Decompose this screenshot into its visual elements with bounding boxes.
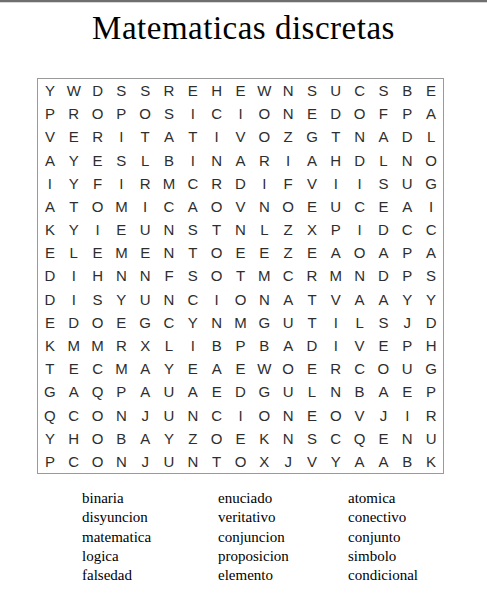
grid-cell[interactable]: V <box>229 125 253 148</box>
grid-cell[interactable]: E <box>300 195 324 218</box>
grid-cell[interactable]: Y <box>157 357 181 380</box>
top-divider <box>0 0 487 3</box>
grid-cell[interactable]: D <box>300 334 324 357</box>
grid-cell[interactable]: I <box>38 172 62 195</box>
grid-cell[interactable]: S <box>109 149 133 172</box>
grid-cell[interactable]: R <box>109 334 133 357</box>
grid-cell[interactable]: X <box>252 450 276 473</box>
grid-cell[interactable]: Y <box>324 450 348 473</box>
grid-cell[interactable]: C <box>205 403 229 426</box>
grid-cell[interactable]: H <box>419 334 443 357</box>
grid-cell[interactable]: U <box>276 311 300 334</box>
grid-cell[interactable]: O <box>86 450 110 473</box>
grid-cell[interactable]: N <box>229 218 253 241</box>
grid-cell[interactable]: Y <box>395 288 419 311</box>
grid-cell[interactable]: P <box>395 264 419 287</box>
grid-cell[interactable]: E <box>372 334 396 357</box>
grid-cell[interactable]: A <box>62 380 86 403</box>
grid-cell[interactable]: T <box>181 125 205 148</box>
grid-cell[interactable]: L <box>372 149 396 172</box>
grid-cell[interactable]: M <box>109 357 133 380</box>
grid-cell[interactable]: V <box>300 450 324 473</box>
grid-cell[interactable]: S <box>109 79 133 102</box>
grid-cell[interactable]: A <box>276 288 300 311</box>
word-list-item: veritativo <box>218 508 289 527</box>
grid-cell[interactable]: M <box>229 311 253 334</box>
grid-cell[interactable]: D <box>86 79 110 102</box>
grid-cell[interactable]: A <box>419 241 443 264</box>
grid-cell[interactable]: T <box>205 450 229 473</box>
grid-cell[interactable]: D <box>38 264 62 287</box>
grid-cell[interactable]: P <box>419 380 443 403</box>
grid-cell[interactable]: T <box>133 125 157 148</box>
grid-cell[interactable]: B <box>395 450 419 473</box>
grid-cell[interactable]: N <box>109 450 133 473</box>
grid-cell[interactable]: P <box>395 334 419 357</box>
grid-cell[interactable]: N <box>109 264 133 287</box>
grid-cell[interactable]: E <box>109 311 133 334</box>
grid-cell[interactable]: W <box>252 79 276 102</box>
grid-cell[interactable]: E <box>229 357 253 380</box>
grid-cell[interactable]: D <box>372 218 396 241</box>
grid-cell[interactable]: F <box>276 172 300 195</box>
grid-cell[interactable]: R <box>62 102 86 125</box>
grid-cell[interactable]: Z <box>276 125 300 148</box>
grid-cell[interactable]: L <box>419 125 443 148</box>
grid-cell[interactable]: P <box>324 218 348 241</box>
grid-cell[interactable]: P <box>229 334 253 357</box>
grid-cell[interactable]: O <box>229 450 253 473</box>
grid-cell[interactable]: E <box>300 241 324 264</box>
grid-cell[interactable]: Y <box>38 427 62 450</box>
grid-cell[interactable]: U <box>324 79 348 102</box>
grid-cell[interactable]: G <box>252 311 276 334</box>
grid-cell[interactable]: N <box>252 288 276 311</box>
grid-cell[interactable]: R <box>86 125 110 148</box>
grid-cell[interactable]: E <box>372 427 396 450</box>
grid-cell[interactable]: W <box>252 357 276 380</box>
grid-cell[interactable]: E <box>86 241 110 264</box>
grid-cell[interactable]: H <box>324 149 348 172</box>
grid-cell[interactable]: A <box>38 195 62 218</box>
grid-cell[interactable]: A <box>205 357 229 380</box>
grid-cell[interactable]: O <box>276 357 300 380</box>
grid-cell[interactable]: H <box>62 427 86 450</box>
grid-cell[interactable]: S <box>157 102 181 125</box>
grid-cell[interactable]: I <box>181 334 205 357</box>
grid-cell[interactable]: L <box>133 149 157 172</box>
grid-cell[interactable]: C <box>276 264 300 287</box>
grid-cell[interactable]: I <box>229 403 253 426</box>
grid-cell[interactable]: J <box>372 403 396 426</box>
grid-cell[interactable]: B <box>348 380 372 403</box>
grid-cell[interactable]: T <box>181 241 205 264</box>
grid-cell[interactable]: A <box>419 102 443 125</box>
grid-cell[interactable]: E <box>62 357 86 380</box>
grid-cell[interactable]: L <box>300 380 324 403</box>
grid-cell[interactable]: R <box>324 357 348 380</box>
grid-cell[interactable]: N <box>133 264 157 287</box>
grid-cell[interactable]: P <box>395 102 419 125</box>
grid-cell[interactable]: O <box>348 102 372 125</box>
grid-cell[interactable]: I <box>348 218 372 241</box>
grid-cell[interactable]: I <box>419 195 443 218</box>
grid-cell[interactable]: G <box>300 125 324 148</box>
grid-cell[interactable]: G <box>419 357 443 380</box>
grid-cell[interactable]: N <box>276 403 300 426</box>
grid-cell[interactable]: N <box>324 380 348 403</box>
grid-cell[interactable]: D <box>348 149 372 172</box>
grid-cell[interactable]: K <box>419 450 443 473</box>
grid-cell[interactable]: V <box>348 334 372 357</box>
grid-cell[interactable]: V <box>229 195 253 218</box>
grid-cell[interactable]: P <box>109 102 133 125</box>
grid-cell[interactable]: Y <box>157 427 181 450</box>
grid-cell[interactable]: B <box>157 149 181 172</box>
grid-cell[interactable]: N <box>276 102 300 125</box>
grid-cell[interactable]: D <box>395 125 419 148</box>
grid-cell[interactable]: F <box>157 264 181 287</box>
grid-cell[interactable]: X <box>300 218 324 241</box>
grid-cell[interactable]: I <box>229 102 253 125</box>
grid-cell[interactable]: S <box>133 79 157 102</box>
grid-cell[interactable]: E <box>300 102 324 125</box>
grid-cell[interactable]: O <box>252 125 276 148</box>
grid-cell[interactable]: I <box>324 172 348 195</box>
grid-cell[interactable]: S <box>419 264 443 287</box>
grid-cell[interactable]: M <box>62 334 86 357</box>
grid-cell[interactable]: Y <box>62 172 86 195</box>
grid-cell[interactable]: N <box>348 125 372 148</box>
grid-cell[interactable]: E <box>229 241 253 264</box>
grid-cell[interactable]: A <box>300 149 324 172</box>
grid-cell[interactable]: S <box>372 311 396 334</box>
grid-cell[interactable]: N <box>109 403 133 426</box>
grid-cell[interactable]: E <box>181 79 205 102</box>
grid-cell[interactable]: I <box>62 288 86 311</box>
grid-cell[interactable]: D <box>229 172 253 195</box>
grid-cell[interactable]: C <box>419 218 443 241</box>
grid-cell[interactable]: M <box>86 334 110 357</box>
grid-cell[interactable]: O <box>133 102 157 125</box>
grid-cell[interactable]: Z <box>276 218 300 241</box>
grid-cell[interactable]: E <box>109 218 133 241</box>
grid-cell[interactable]: C <box>86 357 110 380</box>
grid-cell[interactable]: I <box>324 334 348 357</box>
grid-cell[interactable]: E <box>419 79 443 102</box>
grid-cell[interactable]: Q <box>38 403 62 426</box>
grid-cell[interactable]: N <box>157 288 181 311</box>
grid-cell[interactable]: U <box>157 450 181 473</box>
grid-cell[interactable]: U <box>133 218 157 241</box>
grid-cell[interactable]: K <box>38 334 62 357</box>
grid-cell[interactable]: C <box>348 357 372 380</box>
grid-cell[interactable]: C <box>157 311 181 334</box>
grid-cell[interactable]: D <box>229 380 253 403</box>
grid-cell[interactable]: V <box>324 288 348 311</box>
grid-cell[interactable]: E <box>62 125 86 148</box>
grid-cell[interactable]: L <box>157 334 181 357</box>
grid-cell[interactable]: A <box>133 357 157 380</box>
grid-cell[interactable]: E <box>38 311 62 334</box>
grid-cell[interactable]: W <box>62 79 86 102</box>
grid-cell[interactable]: R <box>157 79 181 102</box>
grid-cell[interactable]: I <box>252 172 276 195</box>
grid-cell[interactable]: P <box>38 102 62 125</box>
grid-cell[interactable]: B <box>395 79 419 102</box>
grid-cell[interactable]: Y <box>109 288 133 311</box>
grid-cell[interactable]: I <box>133 195 157 218</box>
grid-cell[interactable]: G <box>38 380 62 403</box>
grid-cell[interactable]: C <box>395 218 419 241</box>
grid-cell[interactable]: Z <box>276 241 300 264</box>
grid-cell[interactable]: T <box>229 264 253 287</box>
grid-cell[interactable]: D <box>324 102 348 125</box>
grid-cell[interactable]: N <box>205 149 229 172</box>
word-list-item: condicional <box>348 566 418 585</box>
grid-cell[interactable]: F <box>372 102 396 125</box>
grid-cell[interactable]: X <box>133 334 157 357</box>
grid-cell[interactable]: U <box>133 288 157 311</box>
grid-cell[interactable]: I <box>324 311 348 334</box>
grid-cell[interactable]: F <box>86 172 110 195</box>
grid-cell[interactable]: S <box>372 172 396 195</box>
grid-cell[interactable]: E <box>229 79 253 102</box>
grid-cell[interactable]: A <box>324 241 348 264</box>
grid-cell[interactable]: S <box>372 79 396 102</box>
word-list-column: enuciadoveritativoconjuncionproposicione… <box>218 489 289 585</box>
grid-cell[interactable]: C <box>205 102 229 125</box>
word-list-item: matematica <box>82 528 151 547</box>
grid-cell[interactable]: Y <box>62 218 86 241</box>
grid-cell[interactable]: A <box>372 125 396 148</box>
grid-cell[interactable]: O <box>348 241 372 264</box>
grid-cell[interactable]: O <box>372 357 396 380</box>
grid-cell[interactable]: U <box>157 380 181 403</box>
grid-cell[interactable]: S <box>181 264 205 287</box>
grid-cell[interactable]: A <box>372 380 396 403</box>
grid-cell[interactable]: I <box>86 218 110 241</box>
grid-cell[interactable]: U <box>419 427 443 450</box>
word-list-item: logica <box>82 547 151 566</box>
grid-cell[interactable]: C <box>348 79 372 102</box>
grid-cell[interactable]: S <box>86 288 110 311</box>
grid-cell[interactable]: A <box>229 149 253 172</box>
grid-cell[interactable]: D <box>62 311 86 334</box>
grid-cell[interactable]: A <box>133 427 157 450</box>
grid-cell[interactable]: I <box>205 288 229 311</box>
word-list-item: atomica <box>348 489 418 508</box>
grid-cell[interactable]: R <box>252 149 276 172</box>
grid-cell[interactable]: M <box>324 264 348 287</box>
grid-cell[interactable]: T <box>300 311 324 334</box>
grid-cell[interactable]: Y <box>419 288 443 311</box>
grid-cell[interactable]: G <box>419 172 443 195</box>
grid-cell[interactable]: A <box>348 288 372 311</box>
grid-cell[interactable]: R <box>205 172 229 195</box>
word-list-item: binaria <box>82 489 151 508</box>
grid-cell[interactable]: V <box>300 172 324 195</box>
grid-cell[interactable]: O <box>86 195 110 218</box>
grid-cell[interactable]: D <box>38 288 62 311</box>
grid-cell[interactable]: U <box>324 195 348 218</box>
grid-cell[interactable]: A <box>372 288 396 311</box>
grid-cell[interactable]: K <box>38 218 62 241</box>
grid-cell[interactable]: M <box>157 172 181 195</box>
grid-cell[interactable]: E <box>205 380 229 403</box>
grid-cell[interactable]: A <box>276 334 300 357</box>
grid-cell[interactable]: D <box>419 311 443 334</box>
grid-cell[interactable]: C <box>348 195 372 218</box>
grid-cell[interactable]: V <box>348 403 372 426</box>
grid-cell[interactable]: Y <box>62 149 86 172</box>
word-list-column: binariadisyuncionmatematicalogicafalseda… <box>82 489 151 585</box>
grid-cell[interactable]: N <box>395 149 419 172</box>
grid-cell[interactable]: A <box>133 380 157 403</box>
grid-cell[interactable]: U <box>395 357 419 380</box>
grid-cell[interactable]: G <box>133 311 157 334</box>
grid-cell[interactable]: O <box>205 195 229 218</box>
grid-cell[interactable]: Z <box>181 427 205 450</box>
grid-cell[interactable]: C <box>62 450 86 473</box>
grid-cell[interactable]: E <box>252 241 276 264</box>
grid-cell[interactable]: O <box>86 427 110 450</box>
grid-cell[interactable]: M <box>109 195 133 218</box>
grid-cell[interactable]: I <box>109 172 133 195</box>
grid-cell[interactable]: L <box>252 218 276 241</box>
grid-cell[interactable]: O <box>276 195 300 218</box>
grid-cell[interactable]: N <box>205 311 229 334</box>
grid-cell[interactable]: N <box>181 403 205 426</box>
grid-cell[interactable]: I <box>62 264 86 287</box>
grid-cell[interactable]: U <box>395 172 419 195</box>
grid-cell[interactable]: B <box>252 334 276 357</box>
grid-cell[interactable]: E <box>133 241 157 264</box>
grid-cell[interactable]: O <box>205 427 229 450</box>
grid-cell[interactable]: O <box>419 149 443 172</box>
grid-cell[interactable]: O <box>205 264 229 287</box>
grid-cell[interactable]: N <box>276 79 300 102</box>
grid-cell[interactable]: O <box>229 288 253 311</box>
word-list-item: conectivo <box>348 508 418 527</box>
grid-cell[interactable]: Y <box>38 79 62 102</box>
grid-cell[interactable]: Y <box>181 311 205 334</box>
grid-cell[interactable]: O <box>86 403 110 426</box>
grid-cell[interactable]: O <box>252 403 276 426</box>
grid-cell[interactable]: J <box>276 450 300 473</box>
grid-cell[interactable]: E <box>300 403 324 426</box>
grid-cell[interactable]: C <box>324 427 348 450</box>
word-list-item: proposicion <box>218 547 289 566</box>
grid-cell[interactable]: T <box>38 357 62 380</box>
grid-cell[interactable]: A <box>372 450 396 473</box>
grid-cell[interactable]: I <box>205 125 229 148</box>
grid-cell[interactable]: A <box>372 241 396 264</box>
grid-cell[interactable]: N <box>157 218 181 241</box>
grid-cell[interactable]: T <box>300 288 324 311</box>
grid-cell[interactable]: T <box>324 125 348 148</box>
grid-cell[interactable]: A <box>181 195 205 218</box>
grid-cell[interactable]: P <box>38 450 62 473</box>
grid-cell[interactable]: U <box>157 403 181 426</box>
grid-cell[interactable]: G <box>252 380 276 403</box>
grid-cell[interactable]: A <box>348 450 372 473</box>
grid-cell[interactable]: T <box>62 195 86 218</box>
grid-cell[interactable]: Q <box>348 427 372 450</box>
grid-cell[interactable]: I <box>276 149 300 172</box>
grid-cell[interactable]: P <box>109 380 133 403</box>
grid-cell[interactable]: S <box>300 427 324 450</box>
grid-cell[interactable]: O <box>252 102 276 125</box>
grid-cell[interactable]: T <box>205 218 229 241</box>
grid-cell[interactable]: E <box>86 149 110 172</box>
grid-cell[interactable]: E <box>372 195 396 218</box>
grid-cell[interactable]: M <box>109 241 133 264</box>
grid-cell[interactable]: N <box>276 427 300 450</box>
grid-cell[interactable]: O <box>86 102 110 125</box>
grid-cell[interactable]: E <box>38 241 62 264</box>
grid-cell[interactable]: R <box>419 403 443 426</box>
grid-cell[interactable]: U <box>276 380 300 403</box>
grid-cell[interactable]: K <box>252 427 276 450</box>
grid-cell[interactable]: O <box>205 241 229 264</box>
grid-cell[interactable]: E <box>229 427 253 450</box>
grid-cell[interactable]: N <box>395 427 419 450</box>
grid-cell[interactable]: N <box>157 241 181 264</box>
grid-cell[interactable]: P <box>395 241 419 264</box>
grid-cell[interactable]: I <box>395 403 419 426</box>
grid-cell[interactable]: C <box>157 195 181 218</box>
grid-cell[interactable]: O <box>324 403 348 426</box>
grid-cell[interactable]: R <box>133 172 157 195</box>
grid-cell[interactable]: I <box>181 149 205 172</box>
grid-cell[interactable]: I <box>109 125 133 148</box>
grid-cell[interactable]: C <box>62 403 86 426</box>
grid-cell[interactable]: B <box>109 427 133 450</box>
grid-cell[interactable]: H <box>205 79 229 102</box>
grid-cell[interactable]: I <box>348 172 372 195</box>
grid-cell[interactable]: A <box>157 125 181 148</box>
grid-cell[interactable]: R <box>300 264 324 287</box>
grid-cell[interactable]: L <box>62 241 86 264</box>
grid-cell[interactable]: S <box>181 218 205 241</box>
grid-cell[interactable]: N <box>181 450 205 473</box>
grid-cell[interactable]: V <box>38 125 62 148</box>
grid-cell[interactable]: C <box>181 288 205 311</box>
grid-cell[interactable]: O <box>86 311 110 334</box>
grid-cell[interactable]: S <box>300 79 324 102</box>
grid-cell[interactable]: Q <box>86 380 110 403</box>
grid-cell[interactable]: B <box>205 334 229 357</box>
grid-cell[interactable]: E <box>300 357 324 380</box>
grid-cell[interactable]: J <box>133 450 157 473</box>
grid-cell[interactable]: I <box>181 102 205 125</box>
grid-cell[interactable]: H <box>86 264 110 287</box>
grid-cell[interactable]: L <box>348 311 372 334</box>
grid-cell[interactable]: E <box>395 380 419 403</box>
grid-cell[interactable]: C <box>181 172 205 195</box>
grid-cell[interactable]: N <box>348 264 372 287</box>
grid-cell[interactable]: A <box>395 195 419 218</box>
grid-cell[interactable]: E <box>181 357 205 380</box>
grid-cell[interactable]: N <box>252 195 276 218</box>
grid-cell[interactable]: A <box>181 380 205 403</box>
grid-cell[interactable]: D <box>372 264 396 287</box>
grid-cell[interactable]: J <box>395 311 419 334</box>
grid-cell[interactable]: J <box>133 403 157 426</box>
grid-cell[interactable]: M <box>252 264 276 287</box>
grid-cell[interactable]: A <box>38 149 62 172</box>
